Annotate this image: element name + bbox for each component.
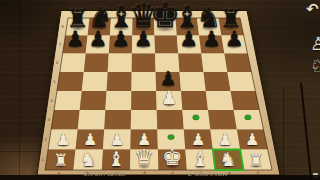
level-label: EXPERT LEVEL: <box>84 171 126 177</box>
square-e7[interactable] <box>155 36 179 54</box>
square-h7[interactable] <box>221 36 247 54</box>
square-c7[interactable] <box>109 36 132 54</box>
square-c6[interactable] <box>108 54 132 73</box>
square-b6[interactable] <box>84 54 109 73</box>
square-g3[interactable] <box>208 110 237 130</box>
square-d1[interactable] <box>130 150 158 171</box>
square-b5[interactable] <box>82 72 108 91</box>
square-d4[interactable] <box>131 91 157 110</box>
square-a3[interactable] <box>51 110 80 130</box>
selected-square-highlight <box>213 150 244 171</box>
square-g2[interactable] <box>210 130 240 150</box>
piece-set-knight-icon[interactable]: ♘ <box>310 55 320 76</box>
square-d8[interactable] <box>132 18 154 36</box>
square-e4[interactable] <box>156 91 182 110</box>
undo-icon[interactable]: ↶ <box>306 0 319 18</box>
app-window: abcdefgh87654321 ♜♞♝♛♚♝♞♜♟♟♟♟♟♟♟♟♟♟♟♟♟♟♟… <box>0 0 320 180</box>
square-f8[interactable] <box>176 18 200 36</box>
square-b3[interactable] <box>78 110 106 130</box>
move-hint-h3[interactable] <box>245 115 252 120</box>
square-a5[interactable] <box>57 72 84 91</box>
square-e1[interactable] <box>158 150 187 171</box>
square-g4[interactable] <box>206 91 234 110</box>
square-e3[interactable] <box>157 110 184 130</box>
square-c2[interactable] <box>103 130 131 150</box>
square-e5[interactable] <box>156 72 181 91</box>
square-g5[interactable] <box>204 72 231 91</box>
square-g7[interactable] <box>199 36 224 54</box>
square-c5[interactable] <box>107 72 132 91</box>
square-a4[interactable] <box>54 91 82 110</box>
move-hint-e2[interactable] <box>168 135 175 140</box>
square-g6[interactable] <box>201 54 227 73</box>
square-h6[interactable] <box>224 54 251 73</box>
move-status-label: 2. White's move <box>188 171 228 177</box>
square-b2[interactable] <box>76 130 105 150</box>
square-d6[interactable] <box>132 54 156 73</box>
chess-board[interactable]: abcdefgh87654321 <box>0 0 320 180</box>
square-b7[interactable] <box>86 36 110 54</box>
square-a7[interactable] <box>63 36 88 54</box>
square-h1[interactable] <box>240 150 272 171</box>
square-f7[interactable] <box>177 36 202 54</box>
square-d2[interactable] <box>130 130 158 150</box>
square-e8[interactable] <box>154 18 177 36</box>
square-b8[interactable] <box>88 18 111 36</box>
square-b1[interactable] <box>73 150 103 171</box>
square-c3[interactable] <box>104 110 131 130</box>
square-b4[interactable] <box>80 91 107 110</box>
square-e6[interactable] <box>155 54 179 73</box>
square-a1[interactable] <box>45 150 76 171</box>
square-a8[interactable] <box>65 18 89 36</box>
square-h2[interactable] <box>237 130 268 150</box>
square-f2[interactable] <box>184 130 213 150</box>
move-hint-f3[interactable] <box>193 115 200 120</box>
square-d7[interactable] <box>132 36 155 54</box>
square-a2[interactable] <box>48 130 78 150</box>
square-f6[interactable] <box>178 54 203 73</box>
square-g8[interactable] <box>197 18 221 36</box>
status-bar <box>0 175 320 180</box>
square-h4[interactable] <box>231 91 260 110</box>
square-c4[interactable] <box>105 91 131 110</box>
square-d5[interactable] <box>131 72 156 91</box>
piece-set-pawn-icon[interactable]: ♙ <box>310 33 320 54</box>
square-a6[interactable] <box>60 54 86 73</box>
square-h5[interactable] <box>227 72 255 91</box>
square-d3[interactable] <box>131 110 158 130</box>
square-c1[interactable] <box>102 150 131 171</box>
square-f1[interactable] <box>185 150 215 171</box>
square-f4[interactable] <box>181 91 208 110</box>
square-f5[interactable] <box>180 72 206 91</box>
square-h8[interactable] <box>219 18 244 36</box>
square-c8[interactable] <box>110 18 133 36</box>
